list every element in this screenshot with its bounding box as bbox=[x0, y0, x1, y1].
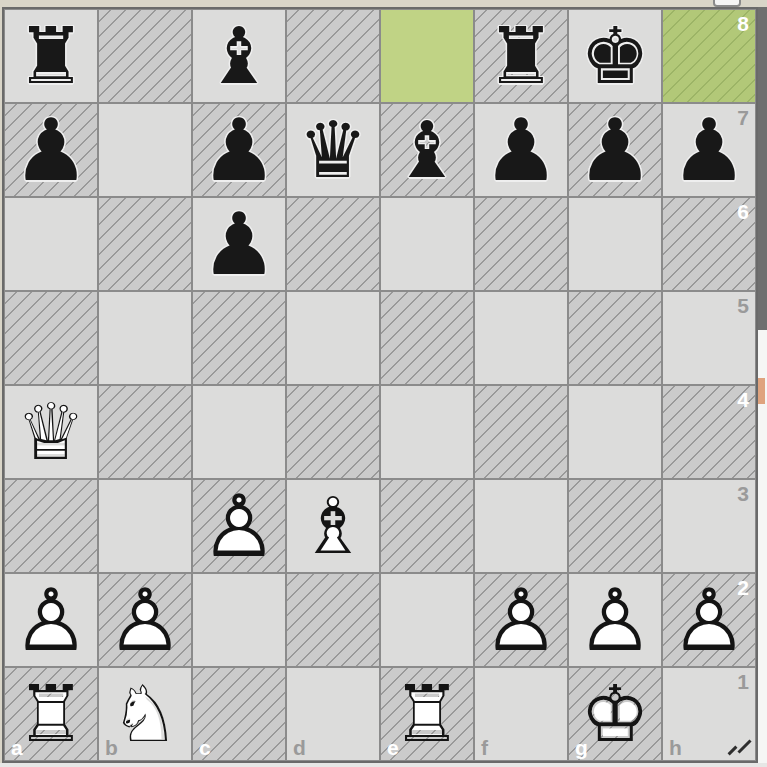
rank-label-1: 1 bbox=[737, 671, 749, 692]
square-a5[interactable] bbox=[4, 291, 98, 385]
file-label-f: f bbox=[481, 737, 488, 758]
window-widget[interactable] bbox=[713, 0, 741, 7]
side-panel-divider bbox=[758, 7, 767, 330]
square-d5[interactable] bbox=[286, 291, 380, 385]
resize-handle-icon[interactable] bbox=[728, 746, 738, 756]
piece-black-queen[interactable]: ♛ bbox=[286, 103, 380, 197]
square-e3[interactable] bbox=[380, 479, 474, 573]
square-d3[interactable]: ♝♗ bbox=[286, 479, 380, 573]
piece-white-pawn[interactable]: ♟♙ bbox=[474, 573, 568, 667]
rank-label-8: 8 bbox=[737, 13, 749, 34]
square-d4[interactable] bbox=[286, 385, 380, 479]
piece-white-pawn[interactable]: ♟♙ bbox=[568, 573, 662, 667]
square-f4[interactable] bbox=[474, 385, 568, 479]
resize-handle-icon[interactable] bbox=[737, 739, 751, 753]
piece-black-pawn[interactable]: ♟ bbox=[662, 103, 756, 197]
square-c2[interactable] bbox=[192, 573, 286, 667]
square-c1[interactable]: c bbox=[192, 667, 286, 761]
square-f1[interactable]: f bbox=[474, 667, 568, 761]
square-d7[interactable]: ♛ bbox=[286, 103, 380, 197]
piece-black-pawn[interactable]: ♟ bbox=[4, 103, 98, 197]
square-h7[interactable]: 7♟ bbox=[662, 103, 756, 197]
square-h4[interactable]: 4 bbox=[662, 385, 756, 479]
square-c7[interactable]: ♟ bbox=[192, 103, 286, 197]
piece-white-bishop[interactable]: ♝♗ bbox=[286, 479, 380, 573]
square-b1[interactable]: b♞♘ bbox=[98, 667, 192, 761]
square-h6[interactable]: 6 bbox=[662, 197, 756, 291]
square-h8[interactable]: 8 bbox=[662, 9, 756, 103]
piece-white-pawn[interactable]: ♟♙ bbox=[4, 573, 98, 667]
square-g7[interactable]: ♟ bbox=[568, 103, 662, 197]
file-label-h: h bbox=[669, 737, 682, 758]
square-g5[interactable] bbox=[568, 291, 662, 385]
piece-white-pawn[interactable]: ♟♙ bbox=[662, 573, 756, 667]
square-b5[interactable] bbox=[98, 291, 192, 385]
piece-black-pawn[interactable]: ♟ bbox=[192, 103, 286, 197]
square-a2[interactable]: ♟♙ bbox=[4, 573, 98, 667]
square-a1[interactable]: a♜♖ bbox=[4, 667, 98, 761]
square-e2[interactable] bbox=[380, 573, 474, 667]
piece-black-pawn[interactable]: ♟ bbox=[474, 103, 568, 197]
square-g2[interactable]: ♟♙ bbox=[568, 573, 662, 667]
square-g6[interactable] bbox=[568, 197, 662, 291]
square-f7[interactable]: ♟ bbox=[474, 103, 568, 197]
square-g3[interactable] bbox=[568, 479, 662, 573]
square-c6[interactable]: ♟ bbox=[192, 197, 286, 291]
piece-white-knight[interactable]: ♞♘ bbox=[98, 667, 192, 761]
piece-black-rook[interactable]: ♜ bbox=[4, 9, 98, 103]
square-c8[interactable]: ♝ bbox=[192, 9, 286, 103]
square-g1[interactable]: g♚♔ bbox=[568, 667, 662, 761]
square-a6[interactable] bbox=[4, 197, 98, 291]
square-b3[interactable] bbox=[98, 479, 192, 573]
piece-black-pawn[interactable]: ♟ bbox=[192, 197, 286, 291]
square-f3[interactable] bbox=[474, 479, 568, 573]
piece-white-rook[interactable]: ♜♖ bbox=[380, 667, 474, 761]
square-h3[interactable]: 3 bbox=[662, 479, 756, 573]
square-a3[interactable] bbox=[4, 479, 98, 573]
square-g4[interactable] bbox=[568, 385, 662, 479]
square-f8[interactable]: ♜ bbox=[474, 9, 568, 103]
rank-label-6: 6 bbox=[737, 201, 749, 222]
piece-white-king[interactable]: ♚♔ bbox=[568, 667, 662, 761]
square-f5[interactable] bbox=[474, 291, 568, 385]
square-d2[interactable] bbox=[286, 573, 380, 667]
chess-board: ♜♝♜♚8♟♟♛♝♟♟7♟♟65♛♕4♟♙♝♗3♟♙♟♙♟♙♟♙2♟♙a♜♖b♞… bbox=[2, 7, 758, 763]
square-b7[interactable] bbox=[98, 103, 192, 197]
square-f6[interactable] bbox=[474, 197, 568, 291]
piece-black-king[interactable]: ♚ bbox=[568, 9, 662, 103]
window-top-strip bbox=[0, 0, 767, 7]
piece-black-bishop[interactable]: ♝ bbox=[380, 103, 474, 197]
piece-white-pawn[interactable]: ♟♙ bbox=[192, 479, 286, 573]
square-h1[interactable]: 1h bbox=[662, 667, 756, 761]
square-e8[interactable] bbox=[380, 9, 474, 103]
square-b8[interactable] bbox=[98, 9, 192, 103]
rank-label-3: 3 bbox=[737, 483, 749, 504]
square-c4[interactable] bbox=[192, 385, 286, 479]
file-label-d: d bbox=[293, 737, 306, 758]
square-g8[interactable]: ♚ bbox=[568, 9, 662, 103]
square-e7[interactable]: ♝ bbox=[380, 103, 474, 197]
square-e6[interactable] bbox=[380, 197, 474, 291]
piece-black-rook[interactable]: ♜ bbox=[474, 9, 568, 103]
piece-white-rook[interactable]: ♜♖ bbox=[4, 667, 98, 761]
window-bottom-strip bbox=[0, 763, 767, 767]
square-b2[interactable]: ♟♙ bbox=[98, 573, 192, 667]
side-panel-accent bbox=[757, 378, 765, 404]
rank-label-5: 5 bbox=[737, 295, 749, 316]
square-e4[interactable] bbox=[380, 385, 474, 479]
square-b6[interactable] bbox=[98, 197, 192, 291]
square-b4[interactable] bbox=[98, 385, 192, 479]
square-a7[interactable]: ♟ bbox=[4, 103, 98, 197]
square-d1[interactable]: d bbox=[286, 667, 380, 761]
square-a4[interactable]: ♛♕ bbox=[4, 385, 98, 479]
square-e1[interactable]: e♜♖ bbox=[380, 667, 474, 761]
rank-label-4: 4 bbox=[737, 389, 749, 410]
square-h5[interactable]: 5 bbox=[662, 291, 756, 385]
file-label-c: c bbox=[199, 737, 211, 758]
chess-app-window: ♜♝♜♚8♟♟♛♝♟♟7♟♟65♛♕4♟♙♝♗3♟♙♟♙♟♙♟♙2♟♙a♜♖b♞… bbox=[0, 0, 767, 767]
square-c5[interactable] bbox=[192, 291, 286, 385]
square-h2[interactable]: 2♟♙ bbox=[662, 573, 756, 667]
piece-black-pawn[interactable]: ♟ bbox=[568, 103, 662, 197]
square-f2[interactable]: ♟♙ bbox=[474, 573, 568, 667]
square-e5[interactable] bbox=[380, 291, 474, 385]
square-d8[interactable] bbox=[286, 9, 380, 103]
square-d6[interactable] bbox=[286, 197, 380, 291]
piece-white-pawn[interactable]: ♟♙ bbox=[98, 573, 192, 667]
piece-black-bishop[interactable]: ♝ bbox=[192, 9, 286, 103]
square-c3[interactable]: ♟♙ bbox=[192, 479, 286, 573]
square-a8[interactable]: ♜ bbox=[4, 9, 98, 103]
piece-white-queen[interactable]: ♛♕ bbox=[4, 385, 98, 479]
